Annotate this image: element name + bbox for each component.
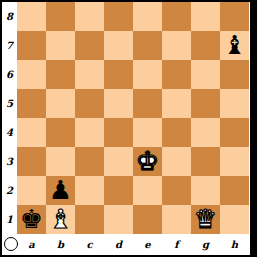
square-h2[interactable] — [220, 176, 249, 205]
square-d6[interactable] — [104, 60, 133, 89]
square-e6[interactable] — [133, 60, 162, 89]
square-h1[interactable] — [220, 205, 249, 234]
square-a6[interactable] — [17, 60, 46, 89]
square-d7[interactable] — [104, 31, 133, 60]
square-d5[interactable] — [104, 89, 133, 118]
square-h5[interactable] — [220, 89, 249, 118]
square-d4[interactable] — [104, 118, 133, 147]
file-label-e: e — [133, 234, 162, 254]
square-c8[interactable] — [75, 2, 104, 31]
square-b8[interactable] — [46, 2, 75, 31]
square-c6[interactable] — [75, 60, 104, 89]
square-e5[interactable] — [133, 89, 162, 118]
square-d1[interactable] — [104, 205, 133, 234]
square-c2[interactable] — [75, 176, 104, 205]
square-c3[interactable] — [75, 147, 104, 176]
square-h8[interactable] — [220, 2, 249, 31]
file-label-h: h — [220, 234, 249, 254]
square-d3[interactable] — [104, 147, 133, 176]
square-b2[interactable]: ♟ — [46, 176, 75, 205]
black-bishop-piece: ♝ — [223, 32, 246, 58]
square-g8[interactable] — [191, 2, 220, 31]
rank-label-8: 8 — [2, 2, 17, 31]
rank-labels: 87654321 — [2, 2, 17, 234]
square-c4[interactable] — [75, 118, 104, 147]
square-b3[interactable] — [46, 147, 75, 176]
file-label-g: g — [191, 234, 220, 254]
square-d8[interactable] — [104, 2, 133, 31]
square-e8[interactable] — [133, 2, 162, 31]
square-g1[interactable]: ♛ — [191, 205, 220, 234]
white-queen-piece: ♛ — [194, 206, 217, 232]
square-h3[interactable] — [220, 147, 249, 176]
white-bishop-piece: ♝ — [49, 206, 72, 232]
rank-label-7: 7 — [2, 31, 17, 60]
file-labels: abcdefgh — [17, 234, 249, 254]
square-f8[interactable] — [162, 2, 191, 31]
square-f7[interactable] — [162, 31, 191, 60]
square-c1[interactable] — [75, 205, 104, 234]
rank-label-4: 4 — [2, 118, 17, 147]
square-g3[interactable] — [191, 147, 220, 176]
file-label-c: c — [75, 234, 104, 254]
square-g4[interactable] — [191, 118, 220, 147]
square-a3[interactable] — [17, 147, 46, 176]
square-g2[interactable] — [191, 176, 220, 205]
rank-label-2: 2 — [2, 176, 17, 205]
square-b1[interactable]: ♝ — [46, 205, 75, 234]
square-c7[interactable] — [75, 31, 104, 60]
file-label-a: a — [17, 234, 46, 254]
square-c5[interactable] — [75, 89, 104, 118]
rank-label-6: 6 — [2, 60, 17, 89]
square-f2[interactable] — [162, 176, 191, 205]
rank-label-3: 3 — [2, 147, 17, 176]
file-label-d: d — [104, 234, 133, 254]
square-e1[interactable] — [133, 205, 162, 234]
square-b6[interactable] — [46, 60, 75, 89]
square-a5[interactable] — [17, 89, 46, 118]
square-h7[interactable]: ♝ — [220, 31, 249, 60]
white-to-move-indicator — [4, 237, 18, 251]
rank-label-5: 5 — [2, 89, 17, 118]
square-b4[interactable] — [46, 118, 75, 147]
square-a4[interactable] — [17, 118, 46, 147]
square-f3[interactable] — [162, 147, 191, 176]
square-h6[interactable] — [220, 60, 249, 89]
square-b5[interactable] — [46, 89, 75, 118]
square-e2[interactable] — [133, 176, 162, 205]
file-label-b: b — [46, 234, 75, 254]
square-g6[interactable] — [191, 60, 220, 89]
square-g5[interactable] — [191, 89, 220, 118]
square-d2[interactable] — [104, 176, 133, 205]
board: ♝♚♟♚♝♛ — [17, 2, 249, 234]
square-f6[interactable] — [162, 60, 191, 89]
square-g7[interactable] — [191, 31, 220, 60]
square-e7[interactable] — [133, 31, 162, 60]
square-b7[interactable] — [46, 31, 75, 60]
square-f1[interactable] — [162, 205, 191, 234]
square-a8[interactable] — [17, 2, 46, 31]
square-h4[interactable] — [220, 118, 249, 147]
square-e4[interactable] — [133, 118, 162, 147]
rank-label-1: 1 — [2, 205, 17, 234]
square-a7[interactable] — [17, 31, 46, 60]
square-e3[interactable]: ♚ — [133, 147, 162, 176]
square-a2[interactable] — [17, 176, 46, 205]
black-king-piece: ♚ — [20, 206, 43, 232]
square-f5[interactable] — [162, 89, 191, 118]
white-king-piece: ♚ — [136, 148, 159, 174]
square-a1[interactable]: ♚ — [17, 205, 46, 234]
square-f4[interactable] — [162, 118, 191, 147]
file-label-f: f — [162, 234, 191, 254]
black-pawn-piece: ♟ — [49, 177, 72, 203]
chess-diagram: ♝♚♟♚♝♛ 87654321 abcdefgh — [0, 0, 257, 257]
